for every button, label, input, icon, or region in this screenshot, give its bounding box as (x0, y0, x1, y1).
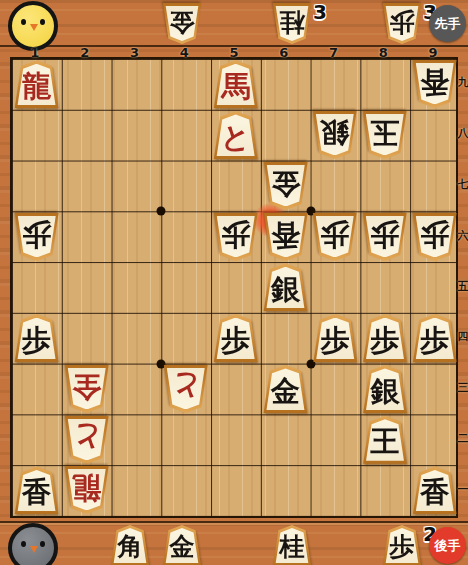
board-piece[interactable]: 金 (263, 162, 309, 210)
file-coordinate-label: 8 (379, 46, 388, 59)
hoshi-dot-icon (157, 207, 166, 216)
board-square[interactable] (112, 465, 162, 516)
shogi-board: 龍 馬 香 と 銀 玉 金 歩 歩 香 歩 歩 歩 銀 歩 歩 (10, 57, 458, 518)
board-piece[interactable]: と (64, 416, 110, 464)
board-piece[interactable]: 歩 (213, 314, 259, 362)
hand-piece[interactable]: 角 (110, 525, 150, 565)
board-square[interactable] (112, 161, 162, 212)
board-square[interactable] (112, 262, 162, 313)
board-piece[interactable]: 歩 (14, 314, 60, 362)
piece-glyph: 歩 (420, 220, 449, 249)
board-square[interactable] (161, 313, 211, 364)
piece-glyph: 歩 (420, 326, 449, 355)
board-square[interactable] (161, 110, 211, 161)
rank-coordinate-label: 七 (458, 178, 468, 189)
piece-glyph: 歩 (390, 534, 415, 559)
piece-glyph: 歩 (371, 326, 400, 355)
board-square[interactable] (360, 465, 410, 516)
board-square[interactable] (62, 211, 112, 262)
file-coordinate-label: 6 (279, 46, 288, 59)
file-coordinate-label: 4 (180, 46, 189, 59)
board-square[interactable] (311, 161, 361, 212)
rank-coordinate-label: 二 (458, 432, 468, 443)
board-piece[interactable]: 歩 (312, 213, 358, 261)
hand-piece-count: 3 (313, 0, 327, 24)
avatar-eye-icon (40, 19, 45, 25)
board-square[interactable] (161, 465, 211, 516)
board-square[interactable] (161, 211, 211, 262)
hand-piece[interactable]: 桂3 (272, 3, 312, 44)
piece-glyph: 金 (271, 377, 300, 406)
avatar-eye-icon (21, 541, 26, 547)
hand-piece[interactable]: 歩2 (382, 525, 422, 565)
board-square[interactable] (311, 465, 361, 516)
board-piece[interactable]: 馬 (213, 60, 259, 108)
piece-glyph: 歩 (22, 326, 51, 355)
file-coordinate-label: 2 (80, 46, 89, 59)
rank-coordinate-label: 六 (458, 229, 468, 240)
board-piece[interactable]: 歩 (362, 314, 408, 362)
piece-glyph: 龍 (22, 72, 51, 101)
board-square[interactable] (12, 110, 62, 161)
piece-glyph: と (221, 123, 251, 152)
board-square[interactable] (112, 414, 162, 465)
board-piece[interactable]: 歩 (412, 314, 458, 362)
top-player-avatar-chick-icon (8, 1, 58, 51)
board-square[interactable] (311, 262, 361, 313)
board-square[interactable] (12, 414, 62, 465)
piece-glyph: 歩 (390, 10, 415, 35)
board-square[interactable] (161, 59, 211, 110)
board-piece[interactable]: 龍 (14, 60, 60, 108)
board-square[interactable] (12, 364, 62, 415)
hand-piece[interactable]: 歩3 (382, 3, 422, 44)
piece-glyph: 馬 (221, 72, 250, 101)
board-square[interactable] (311, 364, 361, 415)
piece-glyph: 香 (22, 478, 51, 507)
piece-glyph: 香 (271, 220, 300, 249)
board-square[interactable] (410, 161, 460, 212)
board-square[interactable] (211, 414, 261, 465)
piece-glyph: 歩 (22, 220, 51, 249)
hand-piece[interactable]: 金 (162, 525, 202, 565)
piece-glyph: 香 (420, 478, 449, 507)
board-square[interactable] (360, 59, 410, 110)
board-piece[interactable]: 玉 (362, 111, 408, 159)
board-piece[interactable]: 歩 (14, 213, 60, 261)
board-square[interactable] (12, 161, 62, 212)
board-square[interactable] (261, 110, 311, 161)
board-square[interactable] (311, 414, 361, 465)
bottom-player-avatar-chick-icon (8, 523, 58, 565)
piece-glyph: と (171, 372, 201, 401)
board-square[interactable] (410, 110, 460, 161)
board-square[interactable] (261, 465, 311, 516)
board-square[interactable] (261, 414, 311, 465)
piece-glyph: 全 (72, 372, 101, 401)
board-square[interactable] (211, 465, 261, 516)
piece-glyph: 香 (420, 67, 449, 96)
board-piece[interactable]: 金 (263, 365, 309, 413)
sente-turn-badge: 先手 (429, 5, 466, 42)
board-square[interactable] (112, 313, 162, 364)
file-coordinate-label: 7 (329, 46, 338, 59)
board-square[interactable] (62, 110, 112, 161)
shogi-app: 金 桂3 歩3 先手 龍 馬 香 と 銀 玉 金 歩 歩 香 (0, 0, 468, 565)
board-square[interactable] (112, 110, 162, 161)
board-square[interactable] (211, 262, 261, 313)
board-piece[interactable]: 王 (362, 416, 408, 464)
board-piece[interactable]: 歩 (312, 314, 358, 362)
board-square[interactable] (112, 211, 162, 262)
top-player-bar: 金 桂3 歩3 先手 (0, 0, 468, 47)
board-piece[interactable]: 歩 (412, 213, 458, 261)
piece-glyph: 玉 (371, 118, 400, 147)
piece-glyph: 金 (271, 169, 300, 198)
gote-turn-badge: 後手 (429, 527, 466, 564)
board-square[interactable] (261, 313, 311, 364)
board-piece[interactable]: 銀 (263, 263, 309, 311)
board-square[interactable] (161, 414, 211, 465)
piece-glyph: 歩 (221, 220, 250, 249)
board-piece[interactable]: 銀 (312, 111, 358, 159)
board-square[interactable] (62, 161, 112, 212)
board-square[interactable] (161, 262, 211, 313)
board-square[interactable] (62, 59, 112, 110)
board-piece[interactable]: 香 (412, 60, 458, 108)
rank-coordinate-label: 一 (458, 483, 468, 494)
hand-piece[interactable]: 金 (162, 3, 202, 44)
board-piece[interactable]: と (163, 365, 209, 413)
board-square[interactable] (12, 262, 62, 313)
file-coordinate-label: 9 (429, 46, 438, 59)
board-square[interactable] (112, 59, 162, 110)
board-piece[interactable]: と (213, 111, 259, 159)
board-piece[interactable]: 香 (14, 466, 60, 514)
board-square[interactable] (62, 313, 112, 364)
board-square[interactable] (261, 59, 311, 110)
board-square[interactable] (360, 161, 410, 212)
board-square[interactable] (211, 161, 261, 212)
avatar-eye-icon (21, 19, 26, 25)
board-piece[interactable]: 全 (64, 365, 110, 413)
piece-glyph: と (71, 423, 101, 452)
piece-glyph: 歩 (321, 326, 350, 355)
piece-glyph: 銀 (371, 377, 400, 406)
rank-coordinate-label: 五 (458, 280, 468, 291)
file-coordinate-label: 5 (229, 46, 238, 59)
piece-glyph: 歩 (371, 220, 400, 249)
piece-glyph: 角 (118, 534, 143, 559)
board-piece[interactable]: 歩 (362, 213, 408, 261)
board-square[interactable] (311, 59, 361, 110)
rank-coordinate-label: 四 (458, 331, 468, 342)
board-piece[interactable]: 銀 (362, 365, 408, 413)
avatar-beak-icon (30, 546, 38, 553)
board-square[interactable] (410, 414, 460, 465)
piece-glyph: 歩 (321, 220, 350, 249)
board-square[interactable] (112, 364, 162, 415)
board-square[interactable] (211, 364, 261, 415)
piece-glyph: 歩 (221, 326, 250, 355)
piece-glyph: 金 (170, 10, 195, 35)
bottom-player-bar: 角 金 桂 歩2 後手 (0, 521, 468, 565)
piece-glyph: 銀 (271, 275, 300, 304)
piece-glyph: 王 (371, 427, 400, 456)
rank-coordinate-label: 三 (458, 382, 468, 393)
hand-piece[interactable]: 桂 (272, 525, 312, 565)
avatar-beak-icon (30, 24, 38, 31)
avatar-eye-icon (40, 541, 45, 547)
file-coordinate-label: 3 (130, 46, 139, 59)
board-square[interactable] (62, 262, 112, 313)
piece-glyph: 桂 (280, 10, 305, 35)
board-square[interactable] (410, 364, 460, 415)
board-piece[interactable]: 香 (412, 466, 458, 514)
piece-glyph: 龍 (72, 474, 101, 503)
rank-coordinate-label: 八 (458, 128, 468, 139)
board-piece[interactable]: 龍 (64, 466, 110, 514)
board-piece[interactable]: 歩 (213, 213, 259, 261)
board-square[interactable] (360, 262, 410, 313)
rank-coordinate-label: 九 (458, 77, 468, 88)
piece-glyph: 桂 (280, 534, 305, 559)
piece-glyph: 銀 (321, 118, 350, 147)
board-square[interactable] (410, 262, 460, 313)
board-square[interactable] (161, 161, 211, 212)
board-piece[interactable]: 香 (263, 213, 309, 261)
file-coordinate-label: 1 (30, 46, 39, 59)
piece-glyph: 金 (170, 534, 195, 559)
